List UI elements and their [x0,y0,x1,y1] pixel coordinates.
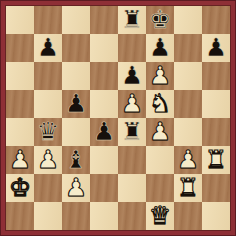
square-g3[interactable]: ♟ [174,146,202,174]
white-pawn[interactable]: ♟ [6,146,34,174]
board-frame: ♜♚♟♟♟♟♟♟♟♞♛♟♜♟♟♟♝♟♜♚♟♜♛ [0,0,236,236]
white-pawn[interactable]: ♟ [146,118,174,146]
black-pawn[interactable]: ♟ [34,34,62,62]
square-f2[interactable] [146,174,174,202]
black-pawn[interactable]: ♟ [146,34,174,62]
square-g1[interactable] [174,202,202,230]
square-a5[interactable] [6,90,34,118]
square-f7[interactable]: ♟ [146,34,174,62]
black-queen[interactable]: ♛ [34,118,62,146]
square-d2[interactable] [90,174,118,202]
white-queen[interactable]: ♛ [146,202,174,230]
square-c4[interactable] [62,118,90,146]
square-c3[interactable]: ♝ [62,146,90,174]
square-a7[interactable] [6,34,34,62]
white-knight[interactable]: ♞ [146,90,174,118]
black-bishop[interactable]: ♝ [62,146,90,174]
square-g5[interactable] [174,90,202,118]
square-d1[interactable] [90,202,118,230]
square-h4[interactable] [202,118,230,146]
square-f6[interactable]: ♟ [146,62,174,90]
square-g4[interactable] [174,118,202,146]
square-h3[interactable]: ♜ [202,146,230,174]
square-e7[interactable] [118,34,146,62]
square-e6[interactable]: ♟ [118,62,146,90]
square-c1[interactable] [62,202,90,230]
black-rook[interactable]: ♜ [118,118,146,146]
white-pawn[interactable]: ♟ [118,90,146,118]
black-pawn[interactable]: ♟ [202,34,230,62]
square-d4[interactable]: ♟ [90,118,118,146]
square-b8[interactable] [34,6,62,34]
white-pawn[interactable]: ♟ [34,146,62,174]
square-b7[interactable]: ♟ [34,34,62,62]
square-a8[interactable] [6,6,34,34]
square-a3[interactable]: ♟ [6,146,34,174]
square-h7[interactable]: ♟ [202,34,230,62]
square-b6[interactable] [34,62,62,90]
square-e5[interactable]: ♟ [118,90,146,118]
white-rook[interactable]: ♜ [202,146,230,174]
square-e4[interactable]: ♜ [118,118,146,146]
square-g6[interactable] [174,62,202,90]
square-e1[interactable] [118,202,146,230]
square-e3[interactable] [118,146,146,174]
square-g7[interactable] [174,34,202,62]
square-b2[interactable] [34,174,62,202]
square-b4[interactable]: ♛ [34,118,62,146]
square-a2[interactable]: ♚ [6,174,34,202]
square-c2[interactable]: ♟ [62,174,90,202]
square-d8[interactable] [90,6,118,34]
square-d5[interactable] [90,90,118,118]
square-c5[interactable]: ♟ [62,90,90,118]
square-c8[interactable] [62,6,90,34]
square-c7[interactable] [62,34,90,62]
square-f8[interactable]: ♚ [146,6,174,34]
square-g8[interactable] [174,6,202,34]
square-h5[interactable] [202,90,230,118]
square-b3[interactable]: ♟ [34,146,62,174]
white-pawn[interactable]: ♟ [174,146,202,174]
square-f5[interactable]: ♞ [146,90,174,118]
square-d6[interactable] [90,62,118,90]
white-pawn[interactable]: ♟ [62,174,90,202]
square-d7[interactable] [90,34,118,62]
black-pawn[interactable]: ♟ [62,90,90,118]
square-a6[interactable] [6,62,34,90]
square-a1[interactable] [6,202,34,230]
square-e8[interactable]: ♜ [118,6,146,34]
square-b1[interactable] [34,202,62,230]
white-rook[interactable]: ♜ [174,174,202,202]
black-rook[interactable]: ♜ [118,6,146,34]
white-pawn[interactable]: ♟ [146,62,174,90]
black-pawn[interactable]: ♟ [90,118,118,146]
black-king[interactable]: ♚ [146,6,174,34]
square-b5[interactable] [34,90,62,118]
square-d3[interactable] [90,146,118,174]
square-a4[interactable] [6,118,34,146]
square-f4[interactable]: ♟ [146,118,174,146]
square-h8[interactable] [202,6,230,34]
square-h2[interactable] [202,174,230,202]
square-h6[interactable] [202,62,230,90]
square-g2[interactable]: ♜ [174,174,202,202]
white-king[interactable]: ♚ [6,174,34,202]
square-f1[interactable]: ♛ [146,202,174,230]
black-pawn[interactable]: ♟ [118,62,146,90]
square-c6[interactable] [62,62,90,90]
square-f3[interactable] [146,146,174,174]
chess-board: ♜♚♟♟♟♟♟♟♟♞♛♟♜♟♟♟♝♟♜♚♟♜♛ [6,6,230,230]
square-h1[interactable] [202,202,230,230]
square-e2[interactable] [118,174,146,202]
